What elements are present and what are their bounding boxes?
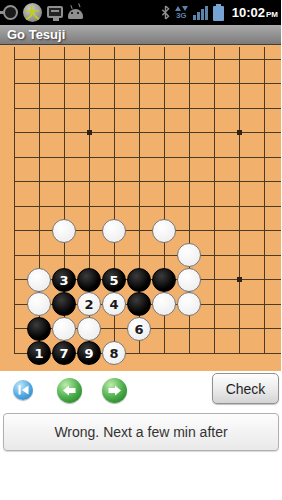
star-point <box>87 130 92 135</box>
result-message[interactable]: Wrong. Next a few min after <box>3 413 279 451</box>
star-point <box>237 277 242 282</box>
stone-white-c6r2[interactable]: 6 <box>127 317 151 341</box>
stone-white-c4r2[interactable] <box>77 317 101 341</box>
stone-white-c8r5[interactable] <box>177 243 201 267</box>
check-button[interactable]: Check <box>212 373 279 404</box>
grid-line-horizontal <box>14 108 282 109</box>
first-move-button[interactable] <box>13 380 33 400</box>
android-robot-icon <box>68 9 83 19</box>
display-icon <box>47 6 63 18</box>
stone-black-c6r4[interactable] <box>127 268 151 292</box>
grid-line-horizontal <box>14 255 282 256</box>
stone-white-c2r4[interactable] <box>27 268 51 292</box>
stone-white-c5r3[interactable]: 4 <box>102 292 126 316</box>
stone-black-c3r3[interactable] <box>52 292 76 316</box>
go-board[interactable]: 352461798 <box>0 45 281 371</box>
stone-black-c6r3[interactable] <box>127 292 151 316</box>
stone-white-c3r6[interactable] <box>52 219 76 243</box>
status-bar-left: 大 <box>3 3 161 22</box>
status-bar: 大 3G 10:02 PM <box>0 0 281 25</box>
app-title: Go Tesuji <box>7 27 65 42</box>
stone-white-c3r2[interactable] <box>52 317 76 341</box>
grid-line-vertical <box>214 47 215 354</box>
stone-white-c5r1[interactable]: 8 <box>102 341 126 365</box>
stone-white-c7r3[interactable] <box>152 292 176 316</box>
time-text: 10:02 <box>232 5 265 20</box>
arrow-left-icon <box>63 385 76 396</box>
time-ampm: PM <box>266 10 278 19</box>
stone-white-c8r4[interactable] <box>177 268 201 292</box>
title-bar: Go Tesuji <box>0 25 281 45</box>
stone-black-c4r1[interactable]: 9 <box>77 341 101 365</box>
stone-white-c8r3[interactable] <box>177 292 201 316</box>
next-move-button[interactable] <box>102 378 127 403</box>
star-point <box>237 130 242 135</box>
grid-line-vertical <box>14 47 15 354</box>
debug-glyph: 大 <box>26 6 40 20</box>
grid-line-horizontal <box>14 206 282 207</box>
clock: 10:02 PM <box>232 5 278 20</box>
stone-black-c3r1[interactable]: 7 <box>52 341 76 365</box>
stone-black-c4r4[interactable] <box>77 268 101 292</box>
skip-to-start-icon <box>18 385 29 395</box>
grid-line-horizontal <box>14 157 282 158</box>
usb-debugging-icon: 大 <box>23 3 42 22</box>
usb-connected-icon <box>3 5 18 20</box>
signal-strength-icon <box>193 5 208 20</box>
stone-black-c3r4[interactable]: 3 <box>52 268 76 292</box>
grid-line-vertical <box>264 47 265 354</box>
mobile-data-3g-icon: 3G <box>175 6 188 20</box>
screen: { "status_bar": { "time": "10:02", "time… <box>0 0 281 500</box>
stone-white-c4r3[interactable]: 2 <box>77 292 101 316</box>
stone-white-c7r6[interactable] <box>152 219 176 243</box>
stone-white-c5r6[interactable] <box>102 219 126 243</box>
result-message-text: Wrong. Next a few min after <box>54 424 227 440</box>
stone-black-c5r4[interactable]: 5 <box>102 268 126 292</box>
grid-line-horizontal <box>14 83 282 84</box>
prev-move-button[interactable] <box>57 378 82 403</box>
stone-black-c2r1[interactable]: 1 <box>27 341 51 365</box>
bluetooth-icon <box>161 5 170 20</box>
stone-black-c2r2[interactable] <box>27 317 51 341</box>
arrow-right-icon <box>108 385 121 396</box>
battery-icon <box>213 6 224 21</box>
grid-line-horizontal <box>14 181 282 182</box>
status-bar-right: 3G 10:02 PM <box>161 4 278 21</box>
grid-line-horizontal <box>14 59 282 60</box>
data-type-label: 3G <box>176 12 187 20</box>
stone-white-c2r3[interactable] <box>27 292 51 316</box>
grid-line-vertical <box>239 47 240 354</box>
stone-black-c7r4[interactable] <box>152 268 176 292</box>
